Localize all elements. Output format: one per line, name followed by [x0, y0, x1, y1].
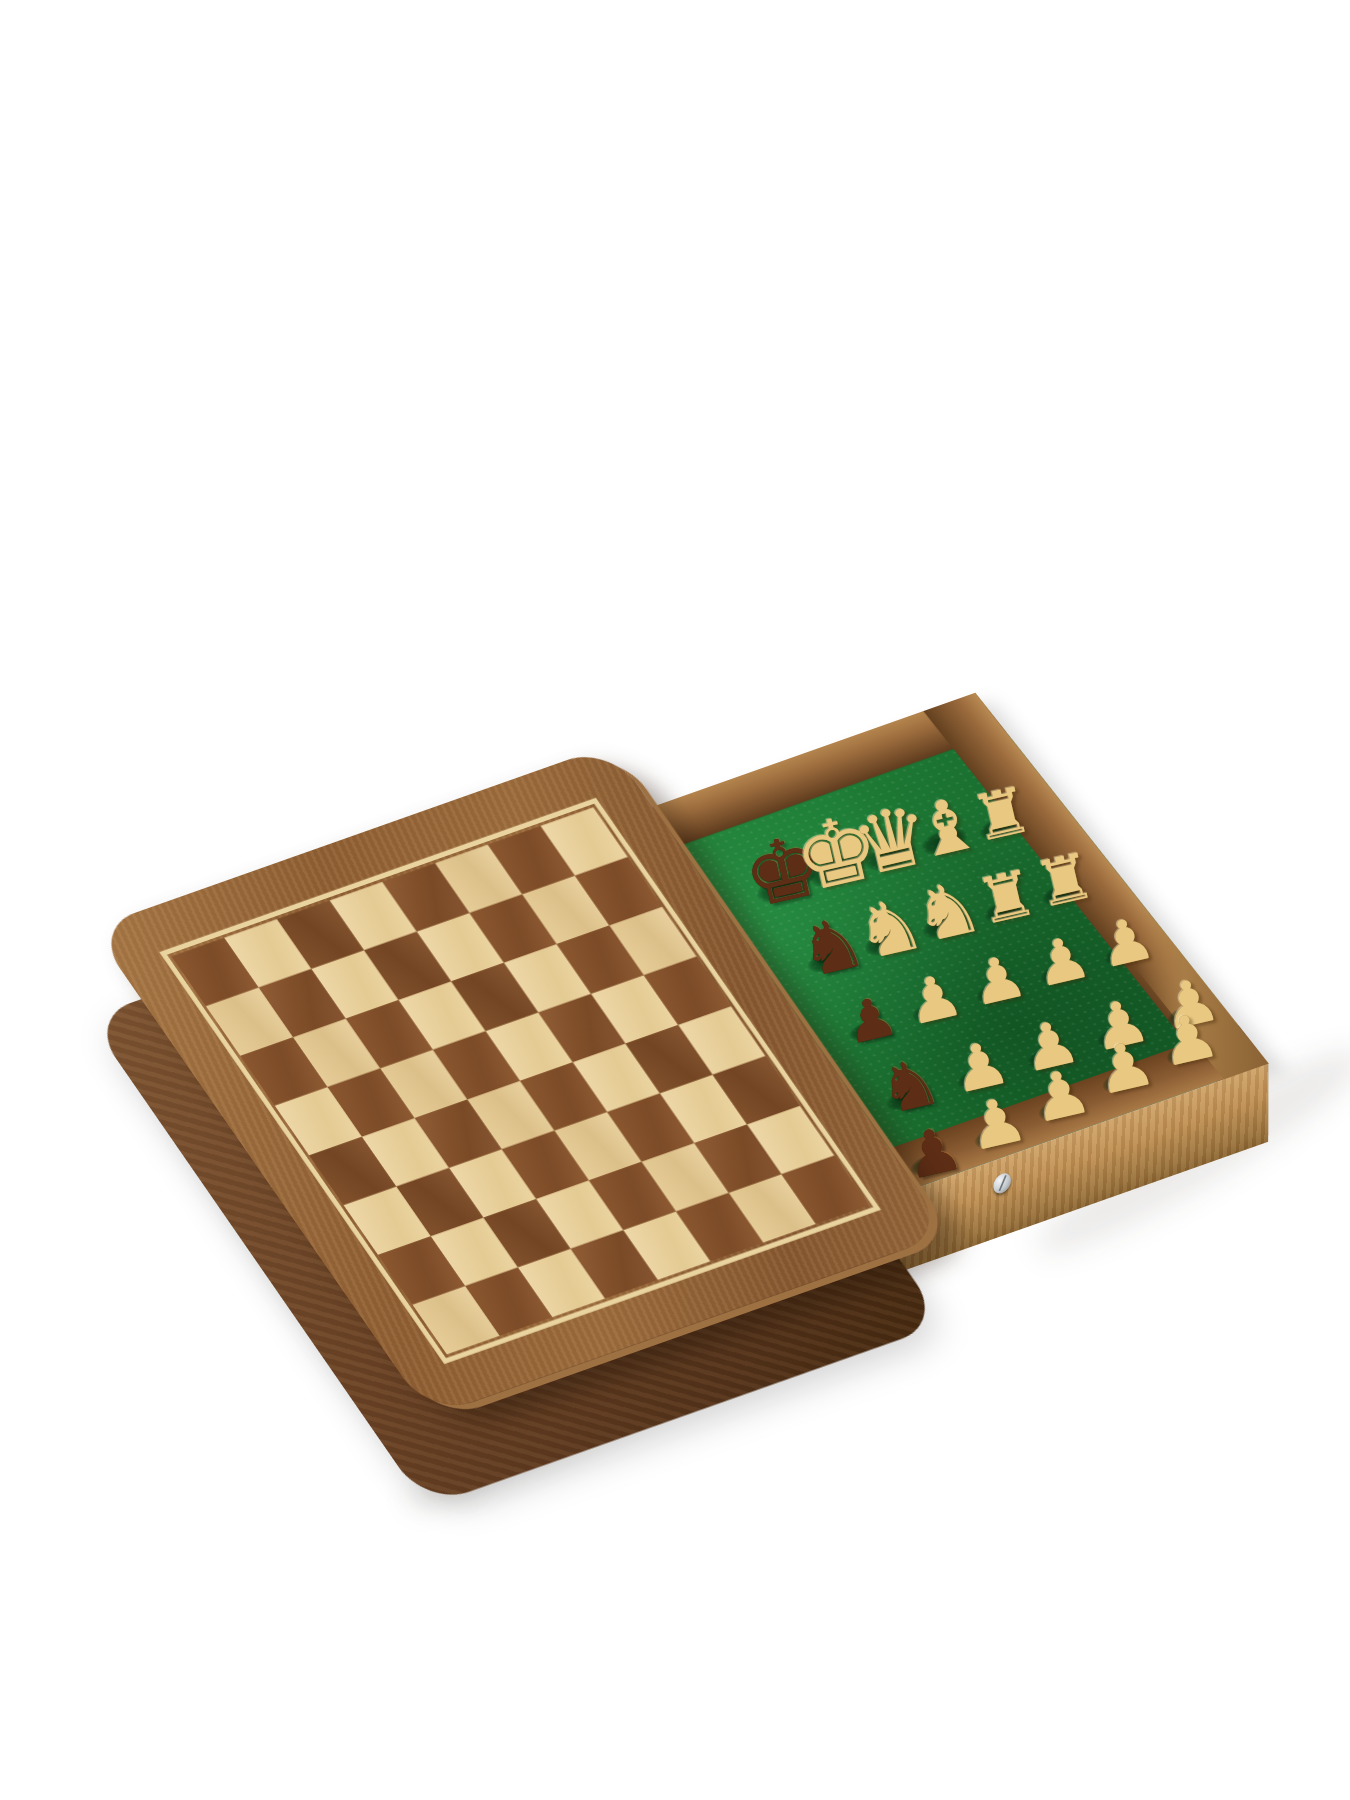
tray-piece-light-pawn: ♟ — [1025, 1059, 1097, 1134]
tray-piece-light-pawn: ♟ — [1029, 926, 1097, 997]
tray-piece-light-pawn: ♟ — [1093, 907, 1161, 978]
tray-piece-light-rook: ♜ — [966, 778, 1038, 853]
tray-piece-light-pawn: ♟ — [961, 1087, 1033, 1162]
chess-box-product-photo: ♚♚♛♝♜♞♞♞♜♜♟♟♟♟♟♞♟♟♟♟♟♟♟♟♟ — [0, 0, 1350, 1800]
tray-piece-dark-knight: ♞ — [873, 1048, 947, 1125]
tray-piece-light-rook: ♜ — [1029, 844, 1101, 919]
tray-piece-light-pawn: ♟ — [901, 964, 969, 1035]
tray-piece-dark-pawn: ♟ — [839, 987, 902, 1053]
tray-piece-light-pawn: ♟ — [965, 945, 1033, 1016]
